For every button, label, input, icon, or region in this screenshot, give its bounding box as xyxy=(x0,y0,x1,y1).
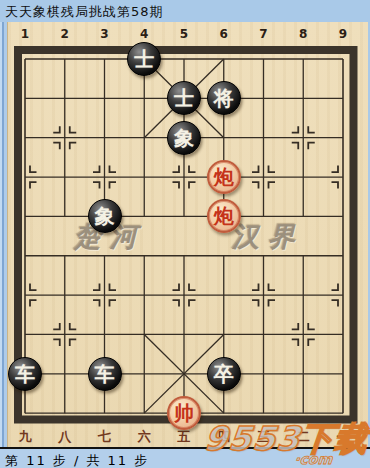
file-label-top-6: 6 xyxy=(216,27,232,41)
piece-red-炮-f6r4[interactable]: 炮 xyxy=(207,199,241,233)
file-label-bottom-9: 一 xyxy=(335,428,351,446)
file-label-top-2: 2 xyxy=(57,27,73,41)
piece-red-炮-f6r3[interactable]: 炮 xyxy=(207,160,241,194)
file-label-top-9: 9 xyxy=(335,27,351,41)
file-label-bottom-1: 九 xyxy=(17,428,33,446)
river-label-han: 汉界 xyxy=(232,219,304,255)
piece-black-卒-f6r8[interactable]: 卒 xyxy=(207,357,241,391)
file-label-bottom-5: 五 xyxy=(176,428,192,446)
file-label-bottom-2: 八 xyxy=(57,428,73,446)
piece-black-将-f6r1[interactable]: 将 xyxy=(207,81,241,115)
file-label-top-1: 1 xyxy=(17,27,33,41)
piece-black-车-f3r8[interactable]: 车 xyxy=(88,357,122,391)
file-label-bottom-4: 六 xyxy=(136,428,152,446)
file-label-bottom-3: 七 xyxy=(97,428,113,446)
piece-red-帅-f5r9[interactable]: 帅 xyxy=(167,396,201,430)
piece-black-象-f5r2[interactable]: 象 xyxy=(167,121,201,155)
piece-black-士-f4r0[interactable]: 士 xyxy=(127,42,161,76)
file-label-top-7: 7 xyxy=(256,27,272,41)
file-label-bottom-6: 四 xyxy=(216,428,232,446)
piece-black-象-f3r4[interactable]: 象 xyxy=(88,199,122,233)
file-label-top-4: 4 xyxy=(136,27,152,41)
file-label-top-5: 5 xyxy=(176,27,192,41)
file-label-top-3: 3 xyxy=(97,27,113,41)
app-window: 天天象棋残局挑战第58期 楚河 汉界 第 11 步 / 共 11 步 9553下… xyxy=(0,0,370,468)
file-label-bottom-7: 三 xyxy=(256,428,272,446)
file-label-bottom-8: 二 xyxy=(295,428,311,446)
file-label-top-8: 8 xyxy=(295,27,311,41)
piece-black-车-f1r8[interactable]: 车 xyxy=(8,357,42,391)
